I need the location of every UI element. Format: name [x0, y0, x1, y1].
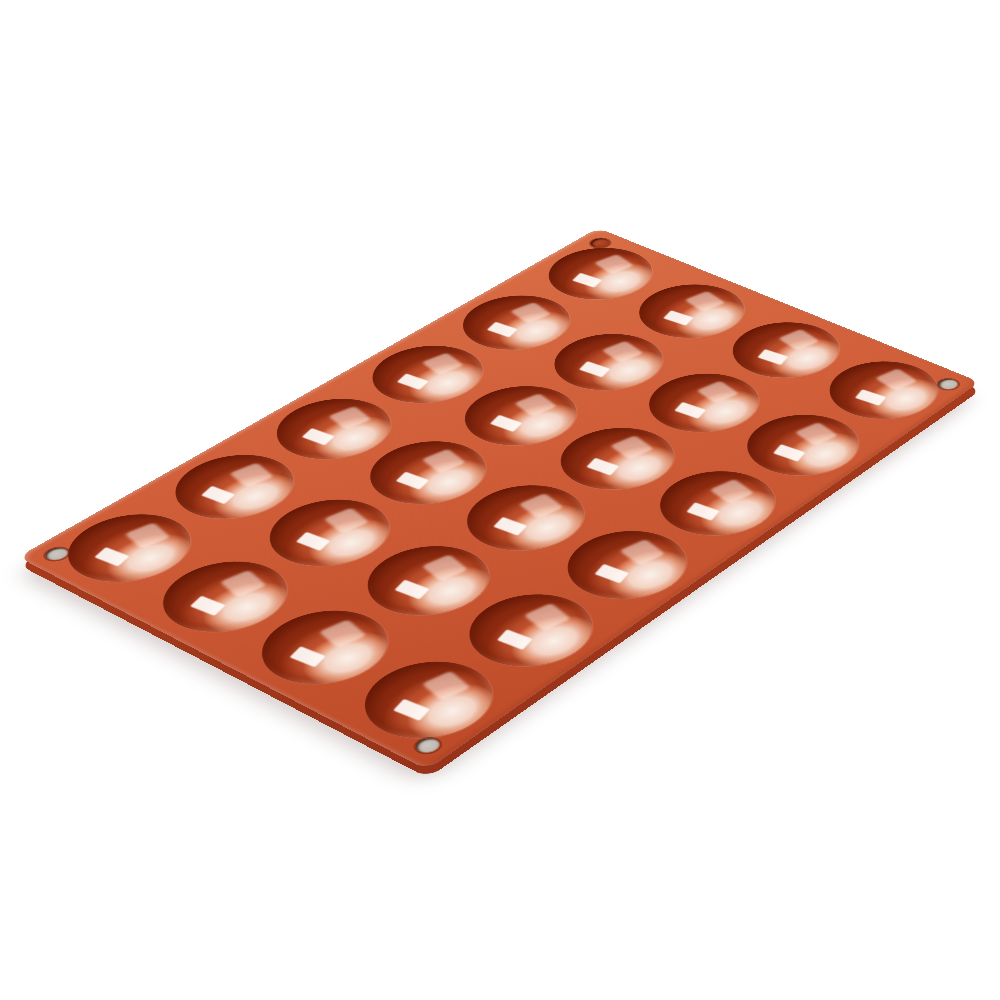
product-photo	[0, 0, 1000, 1000]
baking-mold	[18, 228, 980, 770]
cavity-grid	[18, 228, 980, 770]
